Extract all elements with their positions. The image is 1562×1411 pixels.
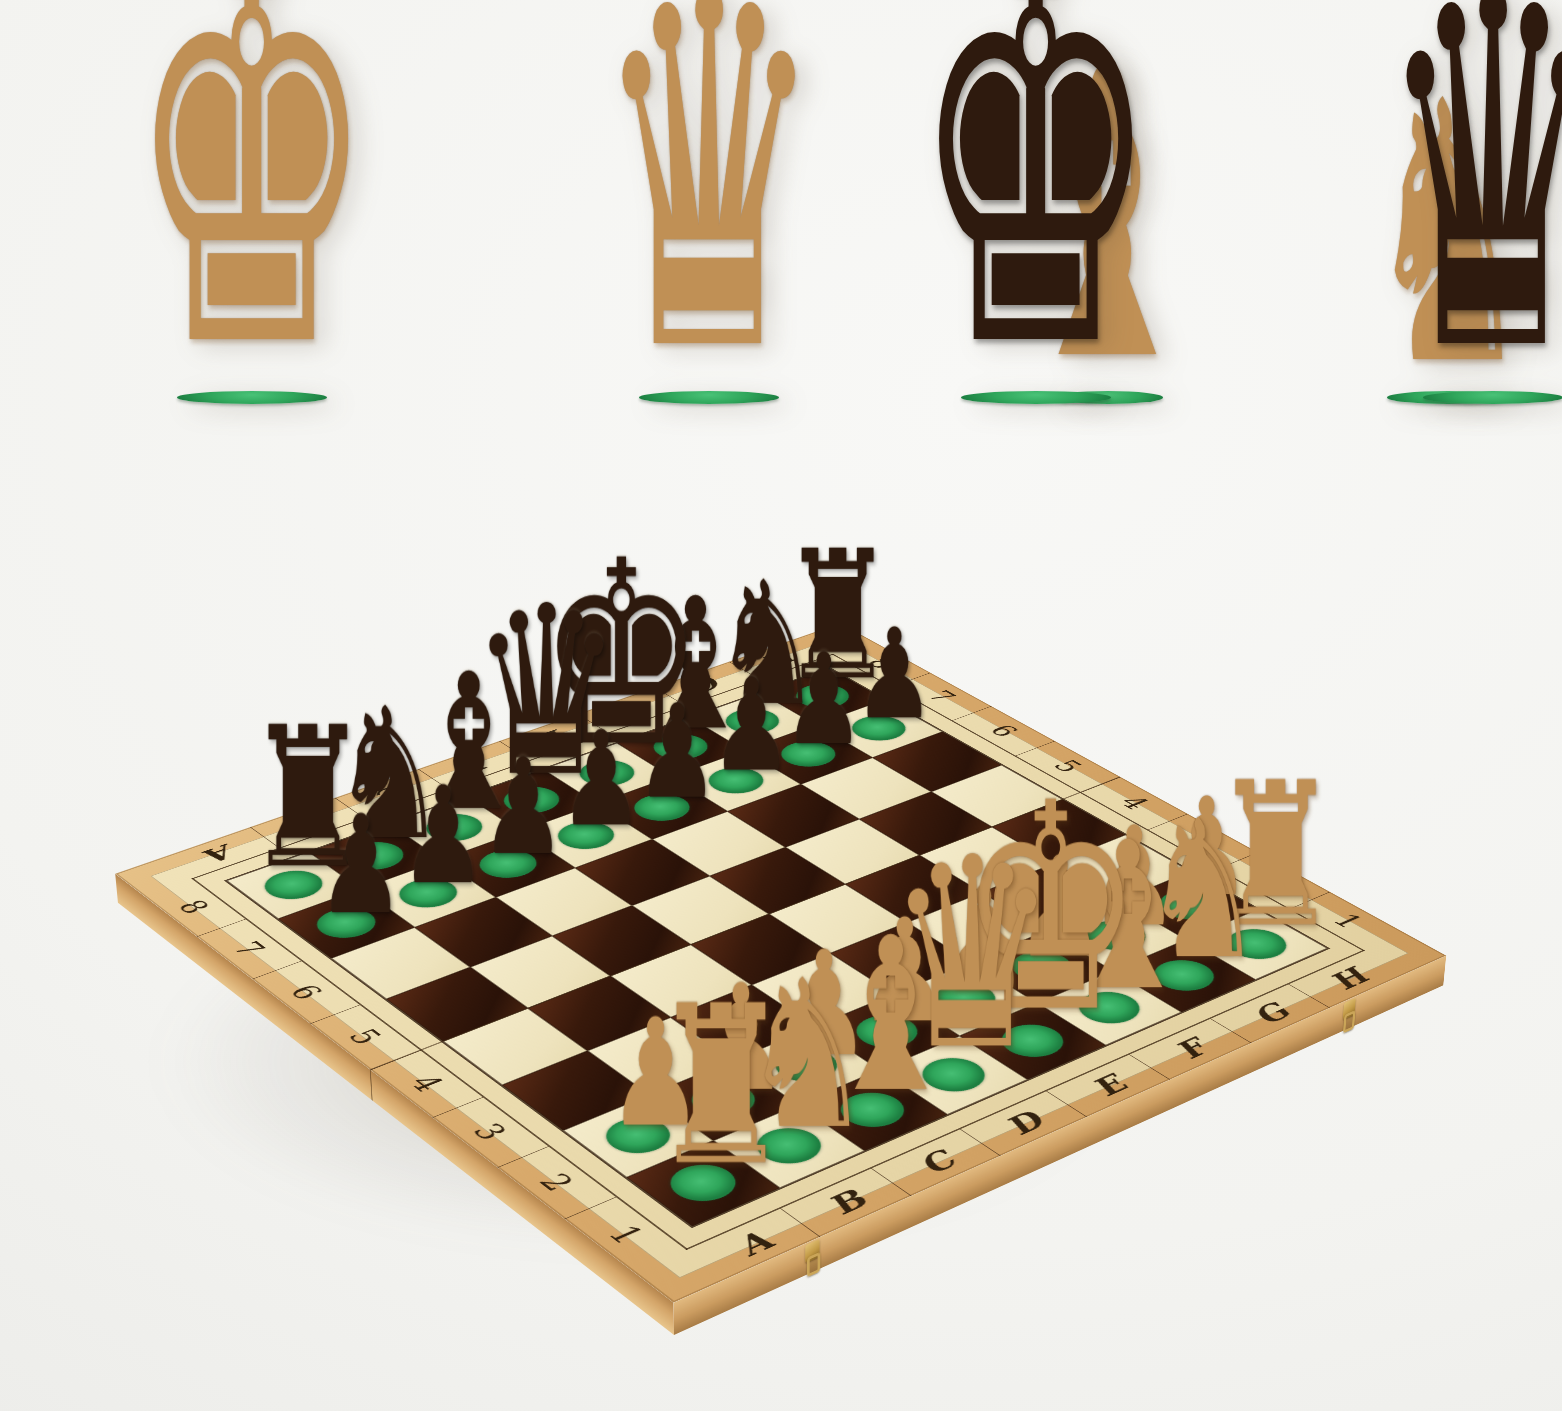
light-queen-glyph-icon: ♛ bbox=[595, 0, 823, 400]
piece-black-pawn-a7[interactable]: ♟ bbox=[311, 797, 409, 933]
dark-queen-glyph-icon: ♛ bbox=[1379, 0, 1562, 400]
file-label-f-back-text: F bbox=[609, 699, 653, 721]
file-label-d-back-text: D bbox=[449, 753, 498, 777]
light-king-glyph-icon: ♚ bbox=[128, 0, 375, 400]
file-label-g-back-text: G bbox=[684, 672, 732, 694]
dark-king-figure: ♚ bbox=[798, 0, 1273, 404]
dark-pieces-lineup: ♚♛♝♞♜♟ bbox=[798, 0, 1546, 404]
photo-canvas: ♚♛♝♞♜♟ ♚♛♝♞♜♟ ABCDEFGH ABCDEFGH 87654321… bbox=[0, 0, 1562, 1411]
fold-seam-edge bbox=[370, 1069, 373, 1100]
file-label-e-back-text: E bbox=[531, 726, 577, 749]
piece-white-rook-a1[interactable]: ♜ bbox=[642, 977, 800, 1196]
dark-king-glyph-icon: ♚ bbox=[912, 0, 1159, 400]
rank-label-7-right-text: 7 bbox=[921, 687, 963, 705]
file-label-h-back-text: H bbox=[757, 646, 807, 669]
rank-label-6-right-text: 6 bbox=[982, 722, 1024, 740]
light-pieces-lineup: ♚♛♝♞♜♟ bbox=[14, 0, 738, 404]
light-king-figure: ♚ bbox=[14, 0, 489, 404]
file-label-a-back-text: A bbox=[197, 840, 245, 865]
rank-label-8-right-text: 8 bbox=[861, 654, 902, 671]
dark-queen-figure: ♛ bbox=[1273, 0, 1562, 404]
